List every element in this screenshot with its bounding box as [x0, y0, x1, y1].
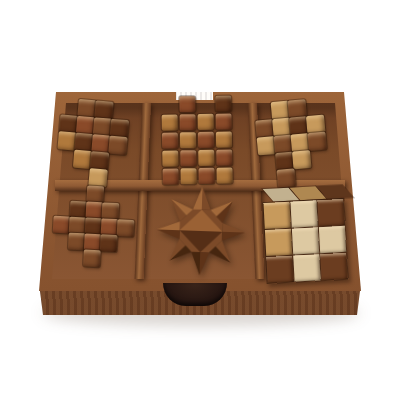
snake-cube-cell — [319, 226, 346, 253]
snake-cube-cell — [263, 202, 290, 229]
wood-cube — [307, 132, 327, 152]
snake-cube-cell — [266, 256, 293, 283]
wood-cube — [198, 150, 214, 166]
puzzle-snowflake-burr — [51, 184, 141, 272]
wood-cube — [108, 136, 128, 156]
wood-cube — [162, 132, 178, 148]
wood-cube — [216, 113, 232, 129]
wood-cube — [292, 150, 312, 170]
product-photo-scene — [0, 0, 400, 400]
puzzle-interlocking-burr-cube — [54, 97, 149, 190]
snake-cube-front-face — [262, 198, 348, 284]
snake-cube-cell — [317, 199, 344, 226]
snake-cube-cell — [292, 227, 319, 254]
wood-cube — [198, 114, 214, 130]
wood-cube — [198, 132, 214, 148]
puzzle-star — [151, 181, 250, 280]
wood-cube — [83, 249, 101, 267]
wood-cube — [198, 168, 214, 184]
snake-cube-cell — [265, 229, 292, 256]
wood-cube — [180, 132, 196, 148]
wood-cube — [277, 168, 297, 188]
wood-cube — [180, 150, 196, 166]
star-puzzle-svg — [151, 181, 250, 280]
wood-cube — [162, 114, 178, 130]
wood-cube — [216, 167, 232, 183]
puzzle-snake-cube — [259, 185, 349, 277]
wood-cube — [180, 114, 196, 130]
wood-cube — [215, 95, 231, 111]
snake-cube-cell — [290, 200, 317, 227]
wood-cube — [88, 168, 108, 188]
wood-cube — [162, 150, 178, 166]
wood-cube — [216, 149, 232, 165]
puzzle-diagonal-burr-cube — [254, 97, 343, 184]
puzzle-checkered-burr-cube — [161, 95, 243, 184]
snake-cube-cell — [320, 253, 347, 280]
snake-cube-cell — [293, 254, 320, 281]
wood-cube — [117, 219, 135, 237]
wood-cube — [179, 96, 195, 112]
wood-cube — [100, 234, 118, 252]
wood-cube — [216, 131, 232, 147]
